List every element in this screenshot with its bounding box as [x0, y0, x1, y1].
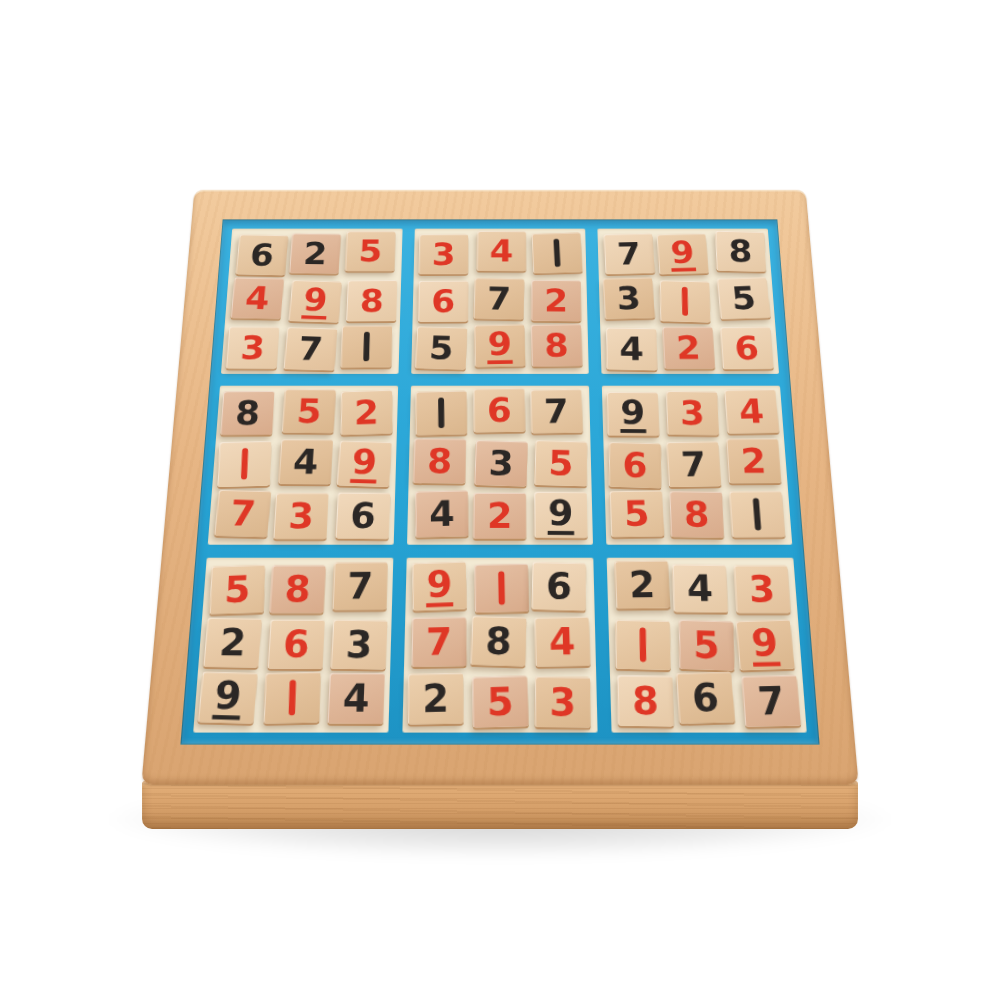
cell-r2c1: 4	[229, 278, 286, 322]
tile-r6c5-digit-2[interactable]: 2	[473, 493, 526, 539]
block-3: 79835426	[597, 229, 779, 374]
cell-r9c1: 9	[198, 673, 261, 728]
digit-2: 2	[675, 331, 701, 364]
tile-r5c6-digit-5[interactable]: 5	[534, 440, 587, 486]
cell-r5c6: 5	[531, 439, 588, 488]
digit-1-bar	[498, 571, 505, 605]
tile-r3c6-digit-8[interactable]: 8	[531, 324, 583, 367]
tile-r3c1-digit-3[interactable]: 3	[226, 327, 279, 369]
cell-r3c8: 2	[661, 325, 718, 371]
cell-r9c8: 6	[676, 673, 738, 728]
tile-r4c1-digit-8[interactable]: 8	[220, 391, 274, 435]
cell-r1c8: 9	[657, 232, 712, 275]
cell-r6c5: 2	[471, 491, 528, 541]
cell-r2c2: 9	[286, 278, 342, 322]
digit-7: 7	[756, 681, 786, 721]
digit-9: 9	[212, 675, 243, 720]
digit-9: 9	[548, 495, 574, 535]
tile-r1c4-digit-3[interactable]: 3	[419, 234, 469, 274]
tile-r9c2-digit-1[interactable]	[264, 672, 321, 724]
tile-r2c1-digit-4[interactable]: 4	[231, 277, 284, 319]
digit-3: 3	[616, 282, 642, 315]
cell-r5c8: 7	[666, 439, 725, 488]
cell-r4c5: 6	[472, 389, 528, 436]
cell-r7c6: 6	[532, 562, 591, 614]
cell-r3c1: 3	[225, 325, 282, 371]
cell-r8c3: 3	[327, 617, 388, 670]
tile-r8c6-digit-4[interactable]: 4	[534, 617, 590, 667]
cell-r3c7: 4	[604, 325, 660, 371]
tile-r4c8-digit-3[interactable]: 3	[666, 391, 719, 435]
tile-r9c3-digit-4[interactable]: 4	[327, 673, 384, 724]
digit-5: 5	[548, 445, 574, 481]
tile-r5c2-digit-4[interactable]: 4	[278, 439, 333, 484]
tile-r7c9-digit-3[interactable]: 3	[734, 565, 791, 613]
cell-r9c5: 5	[470, 673, 530, 728]
digit-8: 8	[359, 285, 384, 317]
cell-r4c6: 7	[530, 389, 586, 436]
digit-8: 8	[284, 570, 312, 608]
digit-3: 3	[239, 331, 266, 364]
digit-7: 7	[616, 238, 642, 270]
tile-r4c3-digit-2[interactable]: 2	[341, 390, 393, 435]
tile-r9c8-digit-6[interactable]: 6	[676, 672, 735, 724]
digit-3: 3	[748, 570, 776, 608]
cell-r5c2: 4	[276, 439, 335, 488]
tile-r1c5-digit-4[interactable]: 4	[477, 231, 526, 271]
tile-r8c7-digit-1[interactable]	[615, 620, 670, 671]
digit-1-bar	[640, 627, 647, 662]
cell-r8c2: 6	[265, 617, 327, 670]
digit-2: 2	[302, 238, 328, 270]
cell-r9c6: 3	[533, 673, 593, 728]
tile-r1c6-digit-1[interactable]	[532, 232, 583, 273]
digit-9: 9	[669, 236, 695, 271]
cell-r6c8: 8	[668, 491, 727, 541]
cell-r9c2	[261, 673, 323, 728]
cell-r2c4: 6	[416, 278, 470, 322]
cell-r7c5	[471, 562, 529, 614]
cell-r1c3: 5	[344, 232, 398, 275]
tile-r6c8-digit-8[interactable]: 8	[670, 491, 724, 538]
digit-6: 6	[546, 567, 572, 605]
cell-r8c9: 9	[735, 617, 797, 670]
cell-r5c7: 6	[607, 439, 665, 488]
digit-5: 5	[358, 235, 383, 266]
cell-r8c8: 5	[674, 617, 736, 670]
cell-r4c7: 9	[606, 389, 663, 436]
digit-7: 7	[347, 567, 374, 605]
tile-r7c8-digit-4[interactable]: 4	[672, 564, 728, 613]
block-7: 58726394	[193, 558, 393, 733]
digit-7: 7	[680, 446, 707, 482]
cell-r9c7: 8	[614, 673, 676, 728]
cell-r4c8: 3	[664, 389, 722, 436]
cell-r4c2: 5	[279, 389, 337, 436]
tile-r8c2-digit-6[interactable]: 6	[267, 619, 324, 668]
cell-r5c9: 2	[725, 439, 784, 488]
cell-r2c6: 2	[529, 278, 583, 322]
tile-r1c2-digit-2[interactable]: 2	[289, 233, 341, 273]
block-2: 34672598	[411, 229, 589, 374]
cell-r4c4	[414, 389, 470, 436]
cell-r7c7: 2	[611, 562, 671, 614]
digit-6: 6	[249, 239, 276, 271]
cell-r7c3: 7	[329, 562, 389, 614]
cell-r2c3: 8	[342, 278, 397, 322]
tile-r5c9-digit-2[interactable]: 2	[726, 438, 781, 483]
cell-r6c1: 7	[212, 491, 272, 541]
digit-4: 4	[244, 282, 271, 315]
tile-r6c6-digit-9[interactable]: 9	[534, 492, 587, 538]
digit-9: 9	[350, 444, 378, 484]
cell-r2c5: 7	[473, 278, 527, 322]
cell-r9c9: 7	[739, 673, 802, 728]
digit-2: 2	[628, 566, 656, 604]
tile-r5c7-digit-6[interactable]: 6	[609, 442, 661, 488]
digit-5: 5	[224, 570, 251, 609]
digit-4: 4	[292, 444, 319, 479]
board-surface: 6254983734672598798354268524973667835429…	[180, 219, 819, 744]
digit-1-bar	[289, 680, 296, 716]
cell-r3c4: 5	[415, 325, 470, 371]
cell-r1c2: 2	[288, 232, 343, 275]
digit-2: 2	[740, 443, 768, 478]
digit-4: 4	[619, 332, 644, 365]
digit-1-bar	[753, 498, 762, 530]
digit-5: 5	[486, 681, 514, 722]
cell-r4c9: 4	[721, 389, 779, 436]
tile-r8c9-digit-9[interactable]: 9	[736, 620, 795, 671]
digit-2: 2	[544, 284, 568, 316]
tile-r4c5-digit-6[interactable]: 6	[473, 388, 525, 432]
digit-8: 8	[728, 235, 753, 267]
cell-r8c4: 7	[408, 617, 468, 670]
block-5: 67835429	[407, 386, 593, 545]
digit-1-bar	[363, 332, 370, 362]
tile-r2c3-digit-8[interactable]: 8	[346, 280, 397, 321]
cell-r8c6: 4	[532, 617, 592, 670]
tile-r5c8-digit-7[interactable]: 7	[666, 442, 721, 488]
digit-8: 8	[683, 496, 710, 533]
digit-3: 3	[287, 498, 314, 534]
cell-r3c6: 8	[530, 325, 585, 371]
block-8: 96784253	[402, 558, 597, 733]
tile-r2c9-digit-5[interactable]: 5	[717, 277, 771, 319]
cell-r3c5: 9	[473, 325, 528, 371]
digit-8: 8	[544, 329, 569, 362]
digit-3: 3	[488, 445, 514, 481]
tile-r8c1-digit-2[interactable]: 2	[203, 618, 262, 668]
block-6: 93467258	[602, 386, 792, 545]
tile-r6c7-digit-5[interactable]: 5	[609, 490, 664, 537]
cell-r7c8: 4	[671, 562, 732, 614]
cell-r6c4: 4	[411, 491, 469, 541]
tile-r5c3-digit-9[interactable]: 9	[337, 441, 392, 487]
cell-r3c9: 6	[718, 325, 775, 371]
cell-r3c3	[340, 325, 396, 371]
tile-r7c5-digit-1[interactable]	[474, 564, 529, 613]
digit-1-bar	[438, 398, 444, 429]
tile-r3c4-digit-5[interactable]: 5	[415, 326, 467, 369]
tile-r4c6-digit-7[interactable]: 7	[530, 389, 583, 433]
tile-r9c4-digit-2[interactable]: 2	[408, 673, 464, 725]
tile-r2c6-digit-2[interactable]: 2	[531, 280, 581, 321]
cell-r1c4: 3	[417, 232, 471, 275]
perspective-wrapper: 6254983734672598798354268524973667835429…	[0, 0, 1000, 1000]
digit-6: 6	[691, 677, 721, 717]
tile-r8c3-digit-3[interactable]: 3	[331, 620, 388, 670]
cell-r5c5: 3	[472, 439, 528, 488]
tile-r3c9-digit-6[interactable]: 6	[720, 327, 774, 369]
tile-r1c3-digit-5[interactable]: 5	[345, 231, 396, 271]
cell-r1c6	[529, 232, 583, 275]
digit-4: 4	[490, 235, 514, 266]
cell-r2c8	[659, 278, 715, 322]
cell-r1c9: 8	[712, 232, 768, 275]
cell-r8c5: 8	[470, 617, 529, 670]
tile-r5c1-digit-1[interactable]	[217, 441, 271, 487]
tile-r6c2-digit-3[interactable]: 3	[273, 493, 328, 539]
cell-r6c2: 3	[272, 491, 331, 541]
block-1: 62549837	[221, 229, 403, 374]
tile-r4c7-digit-9[interactable]: 9	[607, 392, 660, 436]
digit-9: 9	[487, 327, 512, 364]
tile-r3c2-digit-7[interactable]: 7	[284, 327, 338, 370]
cell-r4c3: 2	[337, 389, 394, 436]
tile-r5c5-digit-3[interactable]: 3	[474, 440, 527, 486]
digit-4: 4	[429, 495, 455, 532]
tile-r7c6-digit-6[interactable]: 6	[532, 562, 586, 611]
digit-2: 2	[422, 678, 449, 718]
tile-r1c9-digit-8[interactable]: 8	[715, 231, 766, 272]
digit-8: 8	[632, 681, 660, 721]
digit-5: 5	[693, 625, 720, 665]
cell-r7c2: 8	[268, 562, 329, 614]
tile-r8c4-digit-7[interactable]: 7	[412, 617, 467, 667]
tile-r2c4-digit-6[interactable]: 6	[418, 281, 468, 322]
tile-r1c7-digit-7[interactable]: 7	[603, 233, 655, 274]
cell-r7c1: 5	[207, 562, 268, 614]
digit-5: 5	[428, 331, 454, 365]
product-photo: 6254983734672598798354268524973667835429…	[0, 0, 1000, 1000]
digit-7: 7	[426, 622, 452, 661]
tile-r2c7-digit-3[interactable]: 3	[603, 277, 655, 319]
tile-r6c9-digit-1[interactable]	[729, 491, 785, 537]
digit-6: 6	[349, 497, 376, 534]
cell-r8c1: 2	[202, 617, 264, 670]
tile-r2c5-digit-7[interactable]: 7	[474, 278, 525, 320]
tile-r8c8-digit-5[interactable]: 5	[679, 620, 735, 671]
tile-r6c1-digit-7[interactable]: 7	[214, 490, 271, 537]
tile-r9c1-digit-9[interactable]: 9	[198, 672, 258, 724]
digit-7: 7	[297, 332, 324, 366]
cell-r5c3: 9	[335, 439, 393, 488]
digit-8: 8	[234, 396, 261, 430]
cell-r1c5: 4	[473, 232, 526, 275]
tile-r6c3-digit-6[interactable]: 6	[335, 492, 390, 539]
cell-r8c7	[612, 617, 673, 670]
digit-8: 8	[427, 443, 453, 478]
cell-r6c9	[728, 491, 788, 541]
cell-r9c4: 2	[407, 673, 467, 728]
digit-3: 3	[345, 625, 373, 664]
digit-9: 9	[750, 623, 780, 667]
digit-2: 2	[487, 498, 513, 534]
tile-r4c4-digit-1[interactable]	[416, 391, 468, 436]
tile-r6c4-digit-4[interactable]: 4	[415, 490, 468, 537]
digit-2: 2	[218, 623, 248, 662]
digit-9: 9	[620, 395, 646, 433]
digit-8: 8	[485, 621, 512, 660]
tile-r3c3-digit-1[interactable]	[341, 325, 392, 367]
digit-4: 4	[549, 622, 577, 661]
cell-r4c1: 8	[220, 389, 278, 436]
tile-r4c2-digit-5[interactable]: 5	[282, 389, 336, 433]
board-frame: 6254983734672598798354268524973667835429…	[141, 190, 858, 785]
cell-r7c4: 9	[409, 562, 468, 614]
sudoku-board: 6254983734672598798354268524973667835429…	[141, 190, 858, 785]
digit-7: 7	[228, 495, 257, 532]
cell-r1c1: 6	[232, 232, 288, 275]
digit-5: 5	[623, 495, 650, 531]
tile-r7c1-digit-5[interactable]: 5	[210, 565, 265, 615]
cell-r5c1	[216, 439, 275, 488]
block-4: 85249736	[208, 386, 398, 545]
cell-r6c3: 6	[333, 491, 392, 541]
digit-3: 3	[549, 682, 576, 722]
tile-r3c5-digit-9[interactable]: 9	[474, 324, 525, 367]
tile-r9c5-digit-5[interactable]: 5	[472, 676, 528, 728]
digit-3: 3	[432, 239, 456, 270]
cell-r5c4: 8	[412, 439, 469, 488]
cell-r1c7: 7	[601, 232, 655, 275]
digit-1-bar	[553, 239, 560, 267]
digit-5: 5	[296, 394, 323, 428]
tile-r1c1-digit-6[interactable]: 6	[236, 235, 289, 276]
digit-3: 3	[679, 396, 705, 431]
digit-5: 5	[730, 282, 757, 315]
tile-r9c9-digit-7[interactable]: 7	[741, 675, 801, 727]
digit-4: 4	[686, 569, 713, 607]
tile-r7c4-digit-9[interactable]: 9	[412, 561, 467, 611]
cell-r6c7: 5	[609, 491, 668, 541]
tile-r3c7-digit-4[interactable]: 4	[606, 328, 657, 371]
cell-r2c7: 3	[603, 278, 658, 322]
cell-r3c2: 7	[283, 325, 340, 371]
tile-r9c6-digit-3[interactable]: 3	[535, 676, 591, 727]
digit-6: 6	[431, 285, 455, 317]
digit-6: 6	[622, 447, 647, 483]
digit-1-bar	[682, 287, 688, 316]
cell-r6c6: 9	[531, 491, 589, 541]
tile-r8c5-digit-8[interactable]: 8	[470, 616, 526, 667]
digit-4: 4	[738, 394, 766, 429]
digit-9: 9	[426, 565, 453, 607]
tile-r2c2-digit-9[interactable]: 9	[289, 280, 342, 322]
tile-r7c3-digit-7[interactable]: 7	[332, 562, 387, 610]
digit-1-bar	[241, 448, 248, 480]
cell-r9c3: 4	[324, 673, 386, 728]
tile-r7c2-digit-8[interactable]: 8	[269, 565, 325, 613]
tile-r1c8-digit-9[interactable]: 9	[657, 234, 709, 275]
cell-r2c9: 5	[715, 278, 772, 322]
tile-r9c7-digit-8[interactable]: 8	[617, 675, 674, 726]
digit-2: 2	[354, 395, 379, 430]
digit-7: 7	[487, 282, 512, 315]
digit-6: 6	[487, 393, 512, 428]
tile-r3c8-digit-2[interactable]: 2	[662, 327, 715, 369]
tile-r4c9-digit-4[interactable]: 4	[724, 389, 779, 433]
tile-r7c7-digit-2[interactable]: 2	[614, 560, 670, 609]
digit-9: 9	[302, 283, 329, 319]
cell-r7c9: 3	[732, 562, 793, 614]
digit-6: 6	[733, 331, 760, 364]
digit-4: 4	[342, 678, 370, 718]
digit-7: 7	[544, 394, 570, 429]
tile-r2c8-digit-1[interactable]	[660, 280, 711, 322]
tile-r5c4-digit-8[interactable]: 8	[413, 438, 466, 483]
digit-6: 6	[282, 625, 310, 664]
block-9: 24359867	[607, 558, 807, 733]
